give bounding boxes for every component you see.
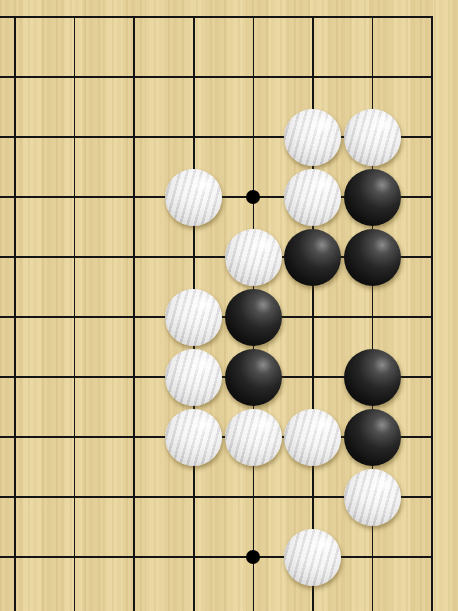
- stone-white-p14: [165, 289, 222, 346]
- stone-white-r12: [284, 409, 341, 466]
- stone-white-p13: [165, 349, 222, 406]
- star-point-q10: [246, 550, 260, 564]
- stone-white-r10: [284, 529, 341, 586]
- stone-white-p12: [165, 409, 222, 466]
- stone-black-q13: [225, 349, 282, 406]
- stone-white-s11: [344, 469, 401, 526]
- star-point-q16: [246, 190, 260, 204]
- stone-black-r15: [284, 229, 341, 286]
- go-board[interactable]: [0, 0, 458, 611]
- stone-white-p16: [165, 169, 222, 226]
- stone-white-q12: [225, 409, 282, 466]
- stone-black-s16: [344, 169, 401, 226]
- stone-white-q15: [225, 229, 282, 286]
- stone-black-s12: [344, 409, 401, 466]
- stone-black-s13: [344, 349, 401, 406]
- stone-white-s17: [344, 109, 401, 166]
- stone-white-r17: [284, 109, 341, 166]
- stone-black-q14: [225, 289, 282, 346]
- stone-black-s15: [344, 229, 401, 286]
- stones-layer: [0, 0, 458, 587]
- screenshot-root: [0, 0, 458, 611]
- stone-white-r16: [284, 169, 341, 226]
